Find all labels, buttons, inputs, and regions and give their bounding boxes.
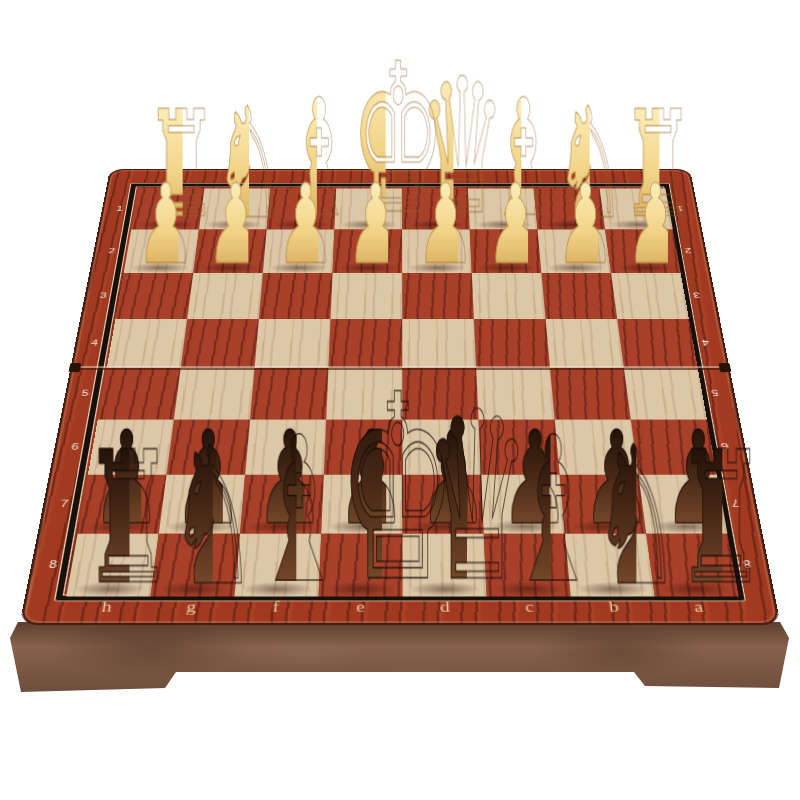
square-g6[interactable]	[167, 420, 250, 475]
square-f5[interactable]	[250, 368, 328, 420]
square-a1[interactable]: ♜	[600, 188, 673, 229]
square-g8[interactable]: ♞	[150, 534, 240, 597]
file-label-g: g	[148, 599, 234, 616]
rank-label-left-5: 5	[67, 388, 103, 398]
piece-shadow	[474, 220, 533, 230]
white-knight[interactable]: ♞	[555, 86, 590, 239]
piece-shadow	[339, 220, 397, 230]
white-rook[interactable]: ♜	[621, 92, 659, 239]
square-f3[interactable]	[259, 273, 333, 319]
rank-label-left-3: 3	[86, 291, 120, 299]
square-b3[interactable]	[541, 273, 617, 319]
square-b1[interactable]: ♞	[534, 188, 605, 229]
piece-shadow	[541, 220, 600, 230]
square-b4[interactable]	[546, 319, 624, 368]
square-d6[interactable]	[402, 420, 481, 475]
square-c4[interactable]	[474, 319, 550, 368]
rank-label-right-8: 8	[727, 558, 767, 570]
square-b2[interactable]: ♟	[537, 230, 611, 273]
white-queen[interactable]: ♛	[418, 54, 453, 241]
piece-shadow	[246, 520, 317, 534]
piece-shadow	[407, 220, 465, 230]
squares-grid: ♜♞♝♚♛♝♞♜♟♟♟♟♟♟♟♟♟♟♟♟♟♟♟♟♜♞♝♚♛♝♞♜	[66, 188, 738, 596]
piece-shadow	[268, 263, 328, 273]
white-knight[interactable]: ♞	[214, 86, 249, 239]
white-king[interactable]: ♚	[350, 36, 385, 242]
square-g5[interactable]	[174, 368, 255, 420]
square-e4[interactable]	[328, 319, 402, 368]
square-d7[interactable]: ♟	[402, 475, 483, 534]
square-h7[interactable]: ♟	[78, 475, 167, 534]
piece-shadow	[659, 582, 733, 597]
square-c5[interactable]	[476, 368, 555, 420]
rank-label-right-6: 6	[706, 441, 744, 451]
chess-set-photo: ♜♞♝♚♛♝♞♜♟♟♟♟♟♟♟♟♟♟♟♟♟♟♟♟♜♞♝♚♛♝♞♜ 1122334…	[0, 0, 800, 800]
piece-shadow	[128, 263, 189, 273]
white-bishop[interactable]: ♝	[487, 78, 521, 239]
square-a8[interactable]: ♜	[646, 534, 739, 597]
piece-shadow	[569, 520, 640, 534]
file-label-c: c	[487, 599, 573, 616]
square-e6[interactable]	[324, 420, 403, 475]
piece-shadow	[337, 263, 397, 273]
square-a2[interactable]: ♟	[605, 230, 680, 273]
file-label-b: b	[571, 599, 657, 616]
square-b7[interactable]: ♟	[560, 475, 647, 534]
square-b5[interactable]	[550, 368, 631, 420]
square-e2[interactable]: ♟	[333, 230, 403, 273]
chess-board: ♜♞♝♚♛♝♞♜♟♟♟♟♟♟♟♟♟♟♟♟♟♟♟♟♜♞♝♚♛♝♞♜ 1122334…	[19, 169, 780, 625]
square-f1[interactable]: ♝	[267, 188, 336, 229]
square-h2[interactable]: ♟	[124, 230, 199, 273]
piece-shadow	[324, 582, 396, 597]
square-e3[interactable]	[331, 273, 403, 319]
square-g3[interactable]	[187, 273, 263, 319]
piece-shadow	[489, 520, 560, 534]
square-e7[interactable]: ♟	[321, 475, 402, 534]
square-h8[interactable]: ♜	[66, 534, 158, 597]
square-f2[interactable]: ♟	[263, 230, 335, 273]
piece-shadow	[575, 582, 649, 597]
square-g2[interactable]: ♟	[193, 230, 266, 273]
piece-shadow	[407, 263, 467, 273]
file-label-e: e	[318, 599, 403, 616]
square-c2[interactable]: ♟	[470, 230, 542, 273]
file-label-a: a	[655, 599, 742, 616]
square-h6[interactable]	[88, 420, 174, 475]
square-c3[interactable]	[472, 273, 546, 319]
rank-label-left-2: 2	[95, 246, 128, 254]
square-f4[interactable]	[255, 319, 331, 368]
square-f7[interactable]: ♟	[240, 475, 324, 534]
piece-shadow	[476, 263, 536, 273]
piece-shadow	[614, 263, 675, 273]
square-d8[interactable]: ♛	[402, 534, 486, 597]
square-d2[interactable]: ♟	[402, 230, 472, 273]
file-label-f: f	[233, 599, 319, 616]
square-a3[interactable]	[611, 273, 689, 319]
square-b6[interactable]	[555, 420, 639, 475]
square-a4[interactable]	[617, 319, 697, 368]
folded-board-base	[8, 622, 792, 696]
square-a5[interactable]	[624, 368, 707, 420]
white-rook[interactable]: ♜	[145, 92, 183, 239]
square-g7[interactable]: ♟	[159, 475, 245, 534]
piece-shadow	[408, 582, 480, 597]
square-e5[interactable]	[326, 368, 402, 420]
square-e1[interactable]: ♚	[334, 188, 402, 229]
piece-shadow	[271, 220, 330, 230]
square-b8[interactable]: ♞	[565, 534, 655, 597]
square-h1[interactable]: ♜	[131, 188, 204, 229]
rank-label-left-7: 7	[45, 497, 84, 508]
square-g4[interactable]	[181, 319, 259, 368]
square-d3[interactable]	[402, 273, 474, 319]
file-label-h: h	[63, 599, 150, 616]
square-g1[interactable]: ♞	[199, 188, 270, 229]
piece-shadow	[164, 520, 235, 534]
rank-label-left-6: 6	[56, 441, 94, 451]
hinge-gap-left	[68, 363, 81, 372]
rank-label-left-1: 1	[104, 204, 136, 212]
piece-shadow	[72, 582, 146, 597]
rank-label-left-8: 8	[33, 558, 73, 570]
piece-shadow	[136, 220, 196, 230]
piece-shadow	[545, 263, 606, 273]
square-d1[interactable]: ♛	[402, 188, 470, 229]
piece-shadow	[83, 520, 155, 534]
piece-shadow	[408, 520, 478, 534]
piece-shadow	[650, 520, 722, 534]
square-c7[interactable]: ♟	[481, 475, 565, 534]
square-a7[interactable]: ♟	[638, 475, 727, 534]
rank-label-right-5: 5	[697, 388, 733, 398]
square-e8[interactable]: ♚	[319, 534, 403, 597]
square-h4[interactable]	[107, 319, 187, 368]
rank-label-right-3: 3	[680, 291, 714, 299]
square-h5[interactable]	[98, 368, 181, 420]
square-h3[interactable]	[115, 273, 193, 319]
piece-shadow	[240, 582, 313, 597]
piece-shadow	[204, 220, 263, 230]
piece-shadow	[609, 220, 669, 230]
rank-label-left-4: 4	[77, 338, 112, 347]
white-bishop[interactable]: ♝	[283, 78, 317, 239]
square-f8[interactable]: ♝	[234, 534, 321, 597]
rank-label-right-1: 1	[664, 204, 696, 212]
square-c1[interactable]: ♝	[468, 188, 538, 229]
piece-shadow	[492, 582, 565, 597]
rank-label-right-7: 7	[716, 497, 755, 508]
square-c8[interactable]: ♝	[484, 534, 571, 597]
file-label-d: d	[403, 599, 488, 616]
piece-shadow	[198, 263, 259, 273]
square-a6[interactable]	[631, 420, 717, 475]
square-c6[interactable]	[479, 420, 560, 475]
hinge-gap-right	[718, 363, 731, 372]
square-d4[interactable]	[402, 319, 476, 368]
piece-shadow	[156, 582, 230, 597]
piece-shadow	[327, 520, 397, 534]
square-d5[interactable]	[402, 368, 478, 420]
square-f6[interactable]	[245, 420, 326, 475]
